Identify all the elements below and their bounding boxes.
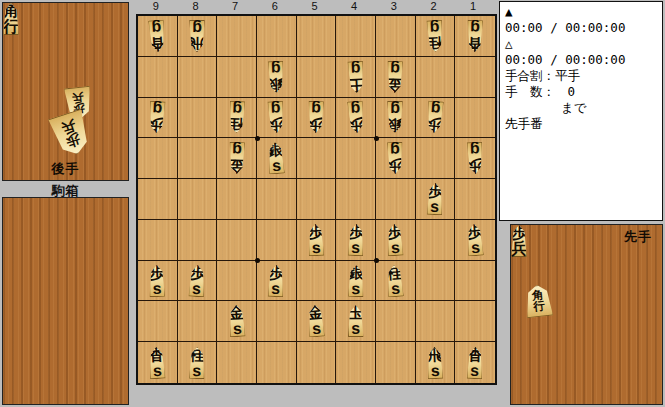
- board-cell-2九[interactable]: 飛s: [416, 342, 456, 383]
- board-cell-3一[interactable]: [376, 16, 416, 57]
- board-cell-3三[interactable]: 銀g: [376, 98, 416, 139]
- board-cell-6八[interactable]: [257, 301, 297, 342]
- board-cell-9三[interactable]: 歩g: [138, 98, 178, 139]
- board-cell-6三[interactable]: 歩g: [257, 98, 297, 139]
- piece-undefined-gote[interactable]: 歩g: [467, 142, 484, 175]
- board-cell-5二[interactable]: [297, 57, 337, 98]
- board-cell-1六[interactable]: 歩s: [455, 220, 495, 261]
- board-cell-4四[interactable]: [336, 138, 376, 179]
- board-cell-3六[interactable]: 歩s: [376, 220, 416, 261]
- board-cell-2二[interactable]: [416, 57, 456, 98]
- piece-undefined-sente[interactable]: 金s: [228, 305, 246, 338]
- gote-hand-panel[interactable]: 後手 歩兵歩兵角行: [2, 2, 129, 181]
- board-cell-2六[interactable]: [416, 220, 456, 261]
- board-cell-4七[interactable]: 銀s: [336, 261, 376, 302]
- piece-box-panel[interactable]: [2, 197, 129, 405]
- file-label-7: 7: [215, 0, 255, 13]
- board-cell-2四[interactable]: [416, 138, 456, 179]
- piece-undefined-gote[interactable]: 桂g: [228, 101, 245, 134]
- board-cell-5四[interactable]: [297, 138, 337, 179]
- move-count-line: 手 数： 0: [505, 84, 657, 100]
- board-cell-2三[interactable]: 歩g: [416, 98, 456, 139]
- board-cell-1四[interactable]: 歩g: [455, 138, 495, 179]
- piece-undefined-sente[interactable]: 歩s: [268, 264, 285, 297]
- board-cell-2八[interactable]: [416, 301, 456, 342]
- board-cell-1五[interactable]: [455, 179, 495, 220]
- board-cell-1二[interactable]: [455, 57, 495, 98]
- piece-undefined-gote[interactable]: 香g: [467, 20, 484, 52]
- board-cell-8四[interactable]: [178, 138, 218, 179]
- file-label-5: 5: [295, 0, 335, 13]
- piece-undefined-gote[interactable]: 歩g: [387, 142, 404, 174]
- board-cell-3八[interactable]: [376, 301, 416, 342]
- board-cell-7四[interactable]: 金g: [217, 138, 257, 179]
- piece-undefined-sente[interactable]: 歩s: [347, 223, 364, 256]
- star-point: [255, 136, 260, 141]
- board-cell-2一[interactable]: 桂g: [416, 16, 456, 57]
- board-cell-6一[interactable]: [257, 16, 297, 57]
- piece-undefined-sente[interactable]: 桂s: [386, 264, 404, 297]
- board-cell-5五[interactable]: [297, 179, 337, 220]
- piece-undefined-gote[interactable]: 銀g: [268, 60, 285, 93]
- board-cell-9八[interactable]: [138, 301, 178, 342]
- board-grid: 香g飛g桂g香g銀g王g金g歩g桂g歩g歩g歩g銀g歩g金g銀s歩g歩g歩s歩s…: [138, 16, 495, 383]
- board-cell-4二[interactable]: 王g: [336, 57, 376, 98]
- piece-undefined-gote[interactable]: 飛g: [189, 20, 205, 52]
- board-cell-4五[interactable]: [336, 179, 376, 220]
- piece-undefined-gote[interactable]: 歩g: [347, 101, 365, 134]
- board-cell-3四[interactable]: 歩g: [376, 138, 416, 179]
- board-cell-4三[interactable]: 歩g: [336, 98, 376, 139]
- board-cell-8九[interactable]: 桂s: [178, 342, 218, 383]
- board-cell-6七[interactable]: 歩s: [257, 261, 297, 302]
- board-cell-7五[interactable]: [217, 179, 257, 220]
- piece-undefined-sente[interactable]: 銀s: [347, 264, 364, 296]
- star-point: [374, 136, 379, 141]
- board-cell-6二[interactable]: 銀g: [257, 57, 297, 98]
- piece-undefined-sente[interactable]: 歩s: [188, 264, 206, 297]
- board-cell-8八[interactable]: [178, 301, 218, 342]
- board-cell-9六[interactable]: [138, 220, 178, 261]
- board-cell-6九[interactable]: [257, 342, 297, 383]
- piece-undefined-gote[interactable]: 金g: [387, 61, 404, 93]
- board-cell-6五[interactable]: [257, 179, 297, 220]
- board-cell-7九[interactable]: [217, 342, 257, 383]
- file-label-6: 6: [255, 0, 295, 13]
- file-label-8: 8: [176, 0, 216, 13]
- star-point: [374, 258, 379, 263]
- piece-undefined-sente[interactable]: 香s: [467, 346, 484, 379]
- file-label-1: 1: [453, 0, 493, 13]
- file-label-9: 9: [136, 0, 176, 13]
- sente-hand-panel[interactable]: 先手 角行歩兵: [510, 224, 663, 405]
- board-cell-7二[interactable]: [217, 57, 257, 98]
- piece-pawn-gote[interactable]: 歩兵: [47, 108, 94, 159]
- board-cell-7六[interactable]: [217, 220, 257, 261]
- piece-undefined-gote[interactable]: 金g: [228, 142, 245, 174]
- gote-clock: 00:00 / 00:00:00: [505, 52, 657, 68]
- board-cell-9四[interactable]: [138, 138, 178, 179]
- board-cell-9五[interactable]: [138, 179, 178, 220]
- board-cell-3二[interactable]: 金g: [376, 57, 416, 98]
- sente-hand-label: 先手: [624, 228, 652, 246]
- board-cell-4九[interactable]: [336, 342, 376, 383]
- board-cell-3九[interactable]: [376, 342, 416, 383]
- piece-undefined-gote[interactable]: 香g: [148, 19, 166, 52]
- piece-undefined-gote[interactable]: 歩g: [149, 101, 167, 134]
- board-cell-4六[interactable]: 歩s: [336, 220, 376, 261]
- piece-bishop-gote[interactable]: 角行: [3, 3, 19, 35]
- piece-undefined-sente[interactable]: 玉s: [348, 305, 364, 337]
- file-label-3: 3: [374, 0, 414, 13]
- piece-undefined-sente[interactable]: 香s: [149, 346, 167, 379]
- piece-undefined-gote[interactable]: 歩g: [268, 101, 286, 134]
- board-cell-3七[interactable]: 桂s: [376, 261, 416, 302]
- board-cell-5三[interactable]: 歩g: [297, 98, 337, 139]
- board-cell-5七[interactable]: [297, 261, 337, 302]
- board-cell-8三[interactable]: [178, 98, 218, 139]
- board-cell-1九[interactable]: 香s: [455, 342, 495, 383]
- board-cell-2五[interactable]: 歩s: [416, 179, 456, 220]
- board-cell-4一[interactable]: [336, 16, 376, 57]
- game-info-panel: ▲ 00:00 / 00:00:00 △ 00:00 / 00:00:00 手合…: [499, 1, 663, 221]
- board-cell-6四[interactable]: 銀s: [257, 138, 297, 179]
- piece-undefined-gote[interactable]: 王g: [347, 60, 365, 93]
- gote-hand-label: 後手: [3, 160, 128, 178]
- piece-undefined-sente[interactable]: 金s: [307, 305, 325, 338]
- board-cell-8六[interactable]: [178, 220, 218, 261]
- piece-undefined-gote[interactable]: 歩g: [308, 101, 325, 133]
- board-cell-5八[interactable]: 金s: [297, 301, 337, 342]
- piece-undefined-sente[interactable]: 歩s: [426, 183, 443, 216]
- board-cell-9一[interactable]: 香g: [138, 16, 178, 57]
- piece-bishop-sente[interactable]: 角行: [523, 284, 553, 319]
- board-cell-1三[interactable]: [455, 98, 495, 139]
- file-label-4: 4: [334, 0, 374, 13]
- board-cell-5一[interactable]: [297, 16, 337, 57]
- board-cell-9七[interactable]: 歩s: [138, 261, 178, 302]
- board-cell-9九[interactable]: 香s: [138, 342, 178, 383]
- board-cell-7七[interactable]: [217, 261, 257, 302]
- gote-mark: △: [505, 36, 657, 52]
- made-line: まで: [505, 100, 657, 116]
- board-cell-1八[interactable]: [455, 301, 495, 342]
- sente-mark: ▲: [505, 4, 657, 20]
- piece-undefined-sente[interactable]: 歩s: [387, 223, 405, 256]
- board-cell-8一[interactable]: 飛g: [178, 16, 218, 57]
- piece-undefined-sente[interactable]: 飛s: [426, 346, 443, 379]
- file-coordinates: 987654321: [136, 0, 493, 13]
- board-cell-3五[interactable]: [376, 179, 416, 220]
- handicap-line: 手合割：平手: [505, 68, 657, 84]
- board-cell-2七[interactable]: [416, 261, 456, 302]
- piece-undefined-sente[interactable]: 歩s: [307, 223, 324, 256]
- board-cell-5六[interactable]: 歩s: [297, 220, 337, 261]
- board-cell-8五[interactable]: [178, 179, 218, 220]
- piece-pawn-sente[interactable]: 歩兵: [511, 225, 527, 257]
- board-cell-5九[interactable]: [297, 342, 337, 383]
- piece-undefined-sente[interactable]: 桂s: [189, 346, 206, 378]
- board-cell-8七[interactable]: 歩s: [178, 261, 218, 302]
- board-cell-9二[interactable]: [138, 57, 178, 98]
- board-cell-4八[interactable]: 玉s: [336, 301, 376, 342]
- board-cell-7三[interactable]: 桂g: [217, 98, 257, 139]
- turn-line: 先手番: [505, 116, 657, 132]
- piece-undefined-gote[interactable]: 銀g: [387, 101, 403, 133]
- star-point: [255, 258, 260, 263]
- board-cell-7八[interactable]: 金s: [217, 301, 257, 342]
- sente-clock: 00:00 / 00:00:00: [505, 20, 657, 36]
- board-cell-1七[interactable]: [455, 261, 495, 302]
- board-cell-8二[interactable]: [178, 57, 218, 98]
- piece-undefined-sente[interactable]: 歩s: [149, 264, 166, 296]
- file-label-2: 2: [414, 0, 454, 13]
- board-cell-1一[interactable]: 香g: [455, 16, 495, 57]
- board-cell-6六[interactable]: [257, 220, 297, 261]
- board-cell-7一[interactable]: [217, 16, 257, 57]
- piece-undefined-gote[interactable]: 歩g: [426, 101, 444, 134]
- shogi-board[interactable]: 香g飛g桂g香g銀g王g金g歩g桂g歩g歩g歩g銀g歩g金g銀s歩g歩g歩s歩s…: [136, 14, 497, 385]
- piece-undefined-sente[interactable]: 歩s: [466, 223, 484, 256]
- piece-undefined-sente[interactable]: 銀s: [267, 142, 285, 175]
- piece-undefined-gote[interactable]: 桂g: [426, 19, 444, 52]
